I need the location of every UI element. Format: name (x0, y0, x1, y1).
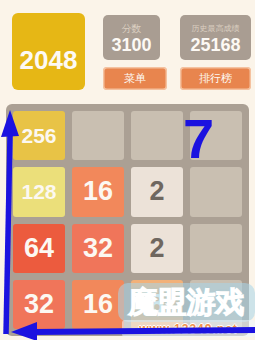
tile-16: 16 (72, 167, 124, 216)
empty-cell (190, 167, 242, 216)
logo-2048: 2048 (12, 13, 85, 90)
tile-64: 64 (13, 224, 65, 273)
empty-cell (190, 224, 242, 273)
best-score-value: 25168 (190, 35, 240, 55)
leaderboard-button[interactable]: 排行榜 (180, 67, 251, 90)
score-label: 分数 (122, 22, 142, 35)
tile-2: 2 (131, 224, 183, 273)
score-value: 3100 (111, 35, 151, 55)
tile-8: 8 (131, 280, 183, 329)
empty-cell (131, 111, 183, 160)
empty-cell (190, 280, 242, 329)
empty-cell (72, 111, 124, 160)
menu-button[interactable]: 菜单 (103, 67, 167, 90)
board-grid: 2561281626432232168 (13, 111, 242, 329)
score-box: 分数 3100 (103, 15, 160, 60)
game-board[interactable]: 2561281626432232168 (6, 104, 249, 336)
tile-2: 2 (131, 167, 183, 216)
tile-32: 32 (13, 280, 65, 329)
empty-cell (190, 111, 242, 160)
tile-256: 256 (13, 111, 65, 160)
best-score-box: 历史最高成绩 25168 (180, 15, 251, 60)
tile-128: 128 (13, 167, 65, 216)
best-score-label: 历史最高成绩 (192, 22, 240, 35)
tile-32: 32 (72, 224, 124, 273)
tile-16: 16 (72, 280, 124, 329)
game-window: 2048 分数 3100 历史最高成绩 25168 菜单 排行榜 2561281… (0, 0, 255, 340)
